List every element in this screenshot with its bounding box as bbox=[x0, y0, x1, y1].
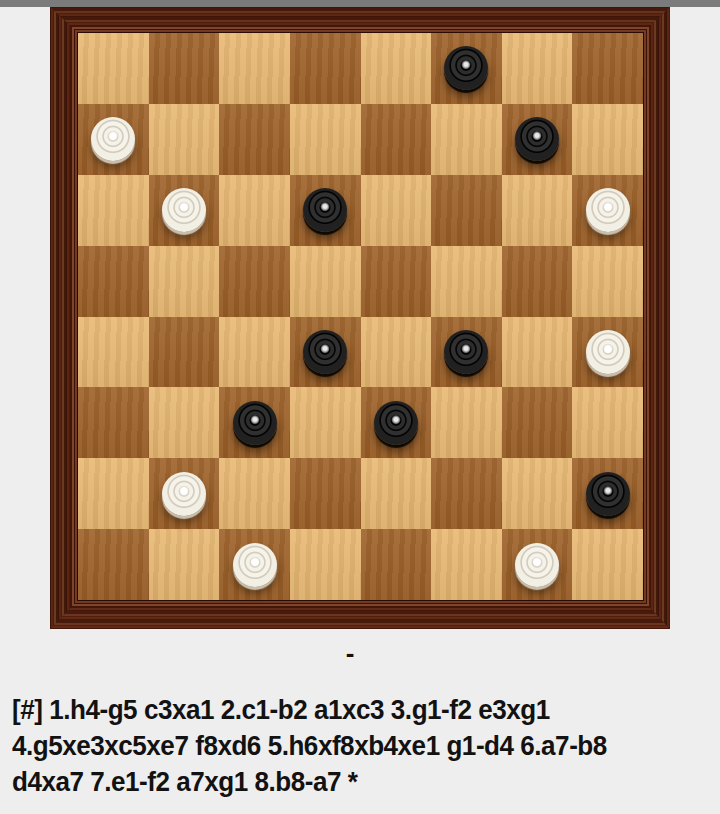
square-e5[interactable] bbox=[361, 246, 432, 317]
black-man-c3[interactable] bbox=[233, 401, 277, 445]
square-c1[interactable] bbox=[219, 529, 290, 600]
square-g6[interactable] bbox=[502, 175, 573, 246]
top-status-bar bbox=[0, 0, 720, 7]
white-man-b2[interactable] bbox=[162, 472, 206, 516]
square-d3[interactable] bbox=[290, 387, 361, 458]
square-a1[interactable] bbox=[78, 529, 149, 600]
square-a3[interactable] bbox=[78, 387, 149, 458]
square-h1[interactable] bbox=[572, 529, 643, 600]
square-d4[interactable] bbox=[290, 317, 361, 388]
square-b8[interactable] bbox=[149, 33, 220, 104]
black-man-d4[interactable] bbox=[303, 330, 347, 374]
board-grid bbox=[78, 33, 643, 600]
square-g7[interactable] bbox=[502, 104, 573, 175]
square-f1[interactable] bbox=[431, 529, 502, 600]
square-h7[interactable] bbox=[572, 104, 643, 175]
result-indicator: - bbox=[280, 638, 420, 669]
square-g8[interactable] bbox=[502, 33, 573, 104]
black-man-d6[interactable] bbox=[303, 188, 347, 232]
square-d8[interactable] bbox=[290, 33, 361, 104]
square-f2[interactable] bbox=[431, 458, 502, 529]
square-a7[interactable] bbox=[78, 104, 149, 175]
square-g5[interactable] bbox=[502, 246, 573, 317]
black-man-g7[interactable] bbox=[515, 117, 559, 161]
square-h2[interactable] bbox=[572, 458, 643, 529]
square-f6[interactable] bbox=[431, 175, 502, 246]
square-c5[interactable] bbox=[219, 246, 290, 317]
square-b6[interactable] bbox=[149, 175, 220, 246]
square-b1[interactable] bbox=[149, 529, 220, 600]
square-f7[interactable] bbox=[431, 104, 502, 175]
white-man-h4[interactable] bbox=[586, 330, 630, 374]
white-man-b6[interactable] bbox=[162, 188, 206, 232]
white-man-g1[interactable] bbox=[515, 543, 559, 587]
square-d2[interactable] bbox=[290, 458, 361, 529]
black-man-h2[interactable] bbox=[586, 472, 630, 516]
square-c2[interactable] bbox=[219, 458, 290, 529]
square-d1[interactable] bbox=[290, 529, 361, 600]
white-man-h6[interactable] bbox=[586, 188, 630, 232]
square-b7[interactable] bbox=[149, 104, 220, 175]
square-b5[interactable] bbox=[149, 246, 220, 317]
square-f3[interactable] bbox=[431, 387, 502, 458]
square-h4[interactable] bbox=[572, 317, 643, 388]
square-g4[interactable] bbox=[502, 317, 573, 388]
square-a2[interactable] bbox=[78, 458, 149, 529]
square-e8[interactable] bbox=[361, 33, 432, 104]
black-man-f8[interactable] bbox=[444, 46, 488, 90]
square-e4[interactable] bbox=[361, 317, 432, 388]
square-d7[interactable] bbox=[290, 104, 361, 175]
square-a5[interactable] bbox=[78, 246, 149, 317]
square-g2[interactable] bbox=[502, 458, 573, 529]
black-man-f4[interactable] bbox=[444, 330, 488, 374]
square-e7[interactable] bbox=[361, 104, 432, 175]
square-a4[interactable] bbox=[78, 317, 149, 388]
move-line-3: d4xa7 7.e1-f2 a7xg1 8.b8-a7 * bbox=[12, 764, 667, 800]
square-h8[interactable] bbox=[572, 33, 643, 104]
square-f4[interactable] bbox=[431, 317, 502, 388]
white-man-c1[interactable] bbox=[233, 543, 277, 587]
square-b4[interactable] bbox=[149, 317, 220, 388]
square-g1[interactable] bbox=[502, 529, 573, 600]
move-list: [#] 1.h4-g5 c3xa1 2.c1-b2 a1xc3 3.g1-f2 … bbox=[12, 692, 716, 800]
square-h5[interactable] bbox=[572, 246, 643, 317]
square-c4[interactable] bbox=[219, 317, 290, 388]
white-man-a7[interactable] bbox=[91, 117, 135, 161]
square-g3[interactable] bbox=[502, 387, 573, 458]
square-b3[interactable] bbox=[149, 387, 220, 458]
square-b2[interactable] bbox=[149, 458, 220, 529]
square-h6[interactable] bbox=[572, 175, 643, 246]
square-f5[interactable] bbox=[431, 246, 502, 317]
board-frame bbox=[50, 7, 670, 629]
square-c6[interactable] bbox=[219, 175, 290, 246]
square-c3[interactable] bbox=[219, 387, 290, 458]
move-line-1: [#] 1.h4-g5 c3xa1 2.c1-b2 a1xc3 3.g1-f2 … bbox=[12, 692, 667, 728]
black-man-e3[interactable] bbox=[374, 401, 418, 445]
move-line-2: 4.g5xe3xc5xe7 f8xd6 5.h6xf8xb4xe1 g1-d4 … bbox=[12, 728, 667, 764]
square-a8[interactable] bbox=[78, 33, 149, 104]
square-e1[interactable] bbox=[361, 529, 432, 600]
square-h3[interactable] bbox=[572, 387, 643, 458]
square-c8[interactable] bbox=[219, 33, 290, 104]
square-e3[interactable] bbox=[361, 387, 432, 458]
square-f8[interactable] bbox=[431, 33, 502, 104]
square-d5[interactable] bbox=[290, 246, 361, 317]
square-e2[interactable] bbox=[361, 458, 432, 529]
square-a6[interactable] bbox=[78, 175, 149, 246]
square-d6[interactable] bbox=[290, 175, 361, 246]
square-c7[interactable] bbox=[219, 104, 290, 175]
square-e6[interactable] bbox=[361, 175, 432, 246]
